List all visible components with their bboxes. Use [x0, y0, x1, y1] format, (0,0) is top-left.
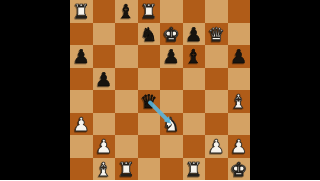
square-d7[interactable]: ♞: [138, 23, 161, 46]
square-g4[interactable]: [205, 90, 228, 113]
piece-white-king[interactable]: ♚: [163, 23, 180, 46]
square-b5[interactable]: ♟: [93, 68, 116, 91]
piece-black-pawn[interactable]: ♟: [185, 23, 202, 46]
chess-board: ♜♝♜♞♚♟♛♟♟♝♟♟♛♝♟♞♟♟♟♝♜♜♚: [70, 0, 250, 180]
piece-white-pawn[interactable]: ♟: [95, 135, 112, 158]
square-f8[interactable]: [183, 0, 206, 23]
square-g3[interactable]: [205, 113, 228, 136]
piece-black-pawn[interactable]: ♟: [95, 68, 112, 91]
square-e1[interactable]: [160, 158, 183, 181]
square-c8[interactable]: ♝: [115, 0, 138, 23]
square-d4[interactable]: ♛: [138, 90, 161, 113]
square-h5[interactable]: [228, 68, 251, 91]
piece-white-rook[interactable]: ♜: [73, 0, 90, 23]
square-d1[interactable]: [138, 158, 161, 181]
square-d2[interactable]: [138, 135, 161, 158]
piece-black-pawn[interactable]: ♟: [230, 45, 247, 68]
square-f2[interactable]: [183, 135, 206, 158]
square-e7[interactable]: ♚: [160, 23, 183, 46]
square-b6[interactable]: [93, 45, 116, 68]
piece-white-queen[interactable]: ♛: [208, 23, 225, 46]
piece-black-queen[interactable]: ♛: [140, 90, 157, 113]
square-g1[interactable]: [205, 158, 228, 181]
square-d5[interactable]: [138, 68, 161, 91]
square-c4[interactable]: [115, 90, 138, 113]
square-f4[interactable]: [183, 90, 206, 113]
square-a4[interactable]: [70, 90, 93, 113]
square-c1[interactable]: ♜: [115, 158, 138, 181]
square-h7[interactable]: [228, 23, 251, 46]
square-h2[interactable]: ♟: [228, 135, 251, 158]
square-g8[interactable]: [205, 0, 228, 23]
square-f1[interactable]: ♜: [183, 158, 206, 181]
piece-white-rook[interactable]: ♜: [140, 0, 157, 23]
square-b3[interactable]: [93, 113, 116, 136]
square-b7[interactable]: [93, 23, 116, 46]
piece-white-pawn[interactable]: ♟: [73, 113, 90, 136]
square-f7[interactable]: ♟: [183, 23, 206, 46]
square-d3[interactable]: [138, 113, 161, 136]
square-g5[interactable]: [205, 68, 228, 91]
square-b4[interactable]: [93, 90, 116, 113]
square-e5[interactable]: [160, 68, 183, 91]
square-h3[interactable]: [228, 113, 251, 136]
square-c7[interactable]: [115, 23, 138, 46]
square-h6[interactable]: ♟: [228, 45, 251, 68]
piece-white-bishop[interactable]: ♝: [95, 158, 112, 181]
square-c6[interactable]: [115, 45, 138, 68]
square-a7[interactable]: [70, 23, 93, 46]
square-a3[interactable]: ♟: [70, 113, 93, 136]
square-e4[interactable]: [160, 90, 183, 113]
left-letterbox-bar: [0, 0, 70, 180]
square-f6[interactable]: ♝: [183, 45, 206, 68]
square-h4[interactable]: ♝: [228, 90, 251, 113]
square-h8[interactable]: [228, 0, 251, 23]
square-f3[interactable]: [183, 113, 206, 136]
right-letterbox-bar: [250, 0, 320, 180]
square-b1[interactable]: ♝: [93, 158, 116, 181]
square-f5[interactable]: [183, 68, 206, 91]
square-a5[interactable]: [70, 68, 93, 91]
square-c3[interactable]: [115, 113, 138, 136]
square-d6[interactable]: [138, 45, 161, 68]
piece-white-king[interactable]: ♚: [230, 158, 247, 181]
square-g7[interactable]: ♛: [205, 23, 228, 46]
piece-white-bishop[interactable]: ♝: [230, 90, 247, 113]
piece-black-pawn[interactable]: ♟: [73, 45, 90, 68]
square-e8[interactable]: [160, 0, 183, 23]
piece-white-rook[interactable]: ♜: [185, 158, 202, 181]
square-b8[interactable]: [93, 0, 116, 23]
piece-black-pawn[interactable]: ♟: [163, 45, 180, 68]
square-d8[interactable]: ♜: [138, 0, 161, 23]
square-g2[interactable]: ♟: [205, 135, 228, 158]
square-e6[interactable]: ♟: [160, 45, 183, 68]
square-c2[interactable]: [115, 135, 138, 158]
piece-black-knight[interactable]: ♞: [140, 23, 157, 46]
square-h1[interactable]: ♚: [228, 158, 251, 181]
piece-white-pawn[interactable]: ♟: [230, 135, 247, 158]
square-a8[interactable]: ♜: [70, 0, 93, 23]
square-b2[interactable]: ♟: [93, 135, 116, 158]
piece-black-bishop[interactable]: ♝: [118, 0, 135, 23]
square-g6[interactable]: [205, 45, 228, 68]
piece-white-pawn[interactable]: ♟: [208, 135, 225, 158]
video-frame: ♜♝♜♞♚♟♛♟♟♝♟♟♛♝♟♞♟♟♟♝♜♜♚: [0, 0, 320, 180]
piece-black-bishop[interactable]: ♝: [185, 45, 202, 68]
square-a2[interactable]: [70, 135, 93, 158]
square-e3[interactable]: ♞: [160, 113, 183, 136]
square-c5[interactable]: [115, 68, 138, 91]
piece-white-knight[interactable]: ♞: [163, 113, 180, 136]
square-a6[interactable]: ♟: [70, 45, 93, 68]
piece-white-rook[interactable]: ♜: [118, 158, 135, 181]
square-a1[interactable]: [70, 158, 93, 181]
square-e2[interactable]: [160, 135, 183, 158]
